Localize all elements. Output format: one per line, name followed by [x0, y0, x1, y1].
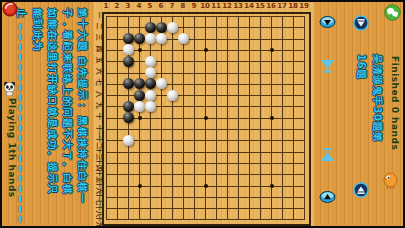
stone-white[interactable] — [145, 33, 156, 44]
playing-status-text: Playing 1th hands — [6, 98, 17, 198]
row-label: 九 — [94, 102, 103, 109]
column-label: 19 — [298, 2, 310, 10]
star-point — [270, 116, 274, 120]
stone-black[interactable] — [134, 78, 145, 89]
stone-black[interactable] — [145, 22, 156, 33]
stone-black[interactable] — [134, 33, 145, 44]
row-label: 五 — [94, 57, 103, 64]
hint-text-column: 第十六題 白先提示： 黑棋挟持住白棋一 — [76, 8, 89, 204]
row-label: 八 — [94, 91, 103, 98]
row-label: 六 — [94, 68, 103, 75]
nav-down-oval-button[interactable] — [319, 15, 336, 29]
star-point — [138, 184, 142, 188]
nav-up-oval-button[interactable] — [319, 190, 336, 204]
row-label: 二 — [94, 23, 103, 30]
wechat-icon[interactable] — [384, 4, 401, 21]
hint-text-column: 子，看起来联络上的问题不大了。白棋 — [61, 8, 74, 195]
stone-white[interactable] — [156, 33, 167, 44]
star-point — [270, 48, 274, 52]
stone-white[interactable] — [145, 90, 156, 101]
series-title-column-1: 吴清源鬼手30題第 — [371, 54, 384, 142]
stone-white[interactable] — [123, 44, 134, 55]
hourglass-up-icon[interactable] — [320, 147, 335, 162]
star-point — [138, 116, 142, 120]
skip-circle-bottom-button[interactable] — [353, 182, 369, 198]
stone-white[interactable] — [167, 22, 178, 33]
stone-white[interactable] — [134, 101, 145, 112]
stone-black[interactable] — [123, 78, 134, 89]
stone-black[interactable] — [134, 90, 145, 101]
panda-icon — [2, 81, 17, 96]
stone-white[interactable] — [178, 33, 189, 44]
stone-black[interactable] — [145, 78, 156, 89]
star-point — [138, 48, 142, 52]
star-point — [270, 184, 274, 188]
back-icon[interactable] — [2, 1, 18, 17]
stone-black[interactable] — [123, 33, 134, 44]
stone-black[interactable] — [123, 112, 134, 123]
stone-white[interactable] — [145, 56, 156, 67]
row-label: 四 — [94, 45, 103, 52]
stone-white[interactable] — [145, 101, 156, 112]
row-label: 三 — [94, 34, 103, 41]
row-label: 十 — [94, 113, 103, 120]
row-label: 十九 — [94, 215, 103, 228]
star-point — [204, 184, 208, 188]
chick-icon — [382, 170, 399, 189]
stone-white[interactable] — [145, 67, 156, 78]
hourglass-down-icon[interactable] — [320, 59, 335, 74]
series-title-column-2: 16題 — [355, 54, 368, 79]
stone-black[interactable] — [156, 22, 167, 33]
row-label: 七 — [94, 79, 103, 86]
star-point — [204, 48, 208, 52]
stone-white[interactable] — [167, 90, 178, 101]
skip-circle-top-button[interactable] — [353, 15, 369, 31]
hint-ellipsis-line — [19, 24, 21, 222]
stone-black[interactable] — [123, 101, 134, 112]
stone-white[interactable] — [123, 135, 134, 146]
star-point — [204, 116, 208, 120]
hint-text-column: 如能在这里打开缺口就是成功。提示只 — [46, 8, 59, 195]
app-screen: 12345678910111213141516171819一二三四五六七八九十十… — [0, 0, 405, 228]
stone-black[interactable] — [123, 56, 134, 67]
finished-status-text: Finished 0 hands — [389, 56, 400, 150]
row-label: 一 — [94, 12, 103, 19]
stone-white[interactable] — [156, 78, 167, 89]
hint-text-column: 能到此为 — [31, 8, 44, 52]
